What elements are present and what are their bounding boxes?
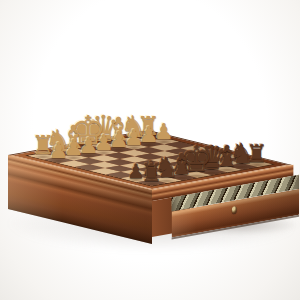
piece-white-pawn-h2[interactable]: ♟ (48, 140, 70, 162)
drawer-knob[interactable] (232, 206, 237, 214)
piece-black-rook-h8[interactable]: ♜ (140, 161, 164, 185)
chess-set-photo: ♜♞♝♛♚♝♞♜♟♟♟♟♟♟♟♟♟♟♟♟♟♟♟♟♜♞♝♛♚♝♞♜ (0, 0, 300, 300)
